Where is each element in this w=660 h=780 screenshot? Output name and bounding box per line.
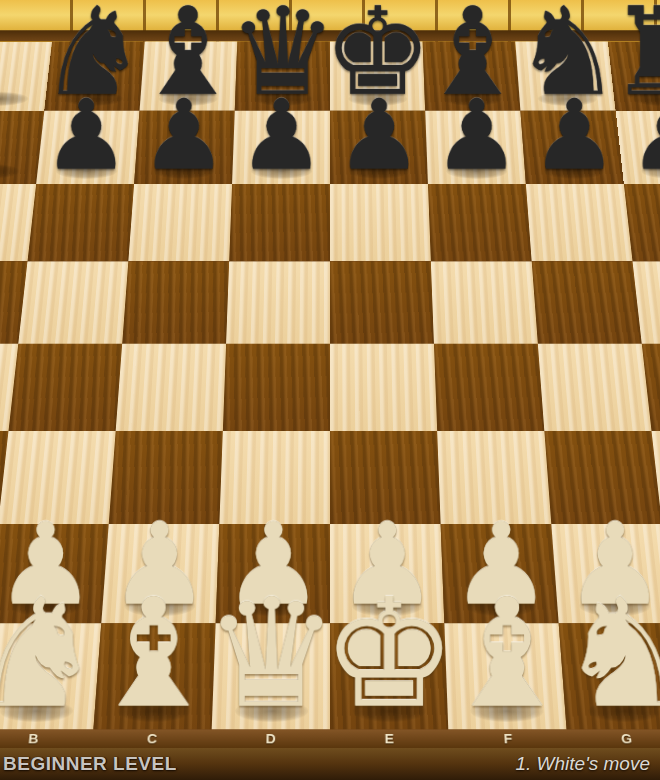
square-c6[interactable]: [128, 184, 232, 261]
square-e6[interactable]: [330, 184, 431, 261]
square-d4[interactable]: [223, 344, 330, 431]
file-label-e: E: [330, 729, 449, 748]
square-f4[interactable]: [434, 344, 544, 431]
square-e5[interactable]: [330, 261, 434, 343]
file-label-f: F: [448, 729, 568, 748]
move-indicator-label: 1. White's move: [515, 753, 650, 775]
square-b4[interactable]: [8, 344, 122, 431]
black-pawn[interactable]: ♟: [581, 96, 660, 175]
square-h7[interactable]: ♟: [616, 111, 660, 184]
file-label-c: C: [92, 729, 212, 748]
square-g5[interactable]: [532, 261, 642, 343]
white-rook[interactable]: ♜: [633, 593, 660, 716]
square-c5[interactable]: [122, 261, 229, 343]
square-f6[interactable]: [428, 184, 532, 261]
difficulty-level-label: BEGINNER LEVEL: [3, 753, 177, 775]
file-label-d: D: [211, 729, 330, 748]
chess-board: ♜♞♝♛♚♝♞♜♟♟♟♟♟♟♟♟♟♟♟♟♟♟♟♟♜♞♝♛♚♝♞♜ABCDEFGH: [0, 30, 660, 748]
file-label-g: G: [567, 729, 660, 748]
file-label-b: B: [0, 729, 93, 748]
square-c4[interactable]: [116, 344, 226, 431]
square-b6[interactable]: [27, 184, 134, 261]
board-file-labels-rail: ABCDEFGH: [0, 729, 660, 748]
chess-app-screen: ♜♞♝♛♚♝♞♜♟♟♟♟♟♟♟♟♟♟♟♟♟♟♟♟♜♞♝♛♚♝♞♜ABCDEFGH…: [0, 0, 660, 780]
square-b5[interactable]: [18, 261, 128, 343]
square-f5[interactable]: [431, 261, 538, 343]
square-g6[interactable]: [526, 184, 633, 261]
square-e4[interactable]: [330, 344, 437, 431]
status-bar: BEGINNER LEVEL 1. White's move: [0, 748, 660, 780]
square-g4[interactable]: [538, 344, 652, 431]
square-d6[interactable]: [229, 184, 330, 261]
square-d5[interactable]: [226, 261, 330, 343]
